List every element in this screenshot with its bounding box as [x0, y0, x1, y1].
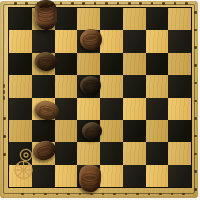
board-square[interactable]	[123, 98, 146, 120]
board-square[interactable]	[77, 98, 100, 120]
board-square[interactable]	[123, 53, 146, 75]
board-square[interactable]	[123, 8, 146, 30]
board-square[interactable]	[146, 53, 169, 75]
board-square[interactable]	[55, 142, 78, 164]
board-square[interactable]	[77, 142, 100, 164]
board-square[interactable]	[146, 142, 169, 164]
board-square[interactable]	[55, 165, 78, 187]
board-square[interactable]	[100, 75, 123, 97]
board-square[interactable]	[100, 98, 123, 120]
board-square[interactable]	[168, 75, 191, 97]
board-photo: ⛃⛂⛂⛂⛂⛂⛂⛂	[0, 0, 200, 200]
board-square[interactable]	[9, 8, 32, 30]
board-square[interactable]	[146, 30, 169, 52]
board-square[interactable]	[168, 142, 191, 164]
board-square[interactable]	[32, 165, 55, 187]
checker-black-man[interactable]: ⛂	[80, 76, 101, 95]
board-square[interactable]	[100, 120, 123, 142]
checker-dark-man[interactable]: ⛂	[82, 122, 102, 140]
board-square[interactable]	[9, 75, 32, 97]
board-square[interactable]	[55, 30, 78, 52]
board-square[interactable]	[123, 30, 146, 52]
board-square[interactable]	[9, 165, 32, 187]
board-square[interactable]	[146, 165, 169, 187]
board-square[interactable]	[146, 98, 169, 120]
board-square[interactable]	[123, 142, 146, 164]
board-square[interactable]	[168, 8, 191, 30]
board-square[interactable]	[55, 75, 78, 97]
board-square[interactable]	[55, 8, 78, 30]
board-square[interactable]	[100, 30, 123, 52]
board-square[interactable]	[123, 75, 146, 97]
board-square[interactable]	[168, 120, 191, 142]
board-square[interactable]	[100, 8, 123, 30]
board-square[interactable]	[168, 53, 191, 75]
board-square[interactable]	[146, 120, 169, 142]
board-square[interactable]	[55, 53, 78, 75]
checker-dark-brown-stack[interactable]: ⛃	[34, 0, 58, 31]
board-square[interactable]	[32, 75, 55, 97]
board-square[interactable]	[168, 30, 191, 52]
checker-brown-side[interactable]: ⛂	[79, 164, 102, 192]
board-square[interactable]	[9, 53, 32, 75]
board-square[interactable]	[100, 165, 123, 187]
board-square[interactable]	[146, 75, 169, 97]
board-square[interactable]	[100, 142, 123, 164]
board-square[interactable]	[9, 30, 32, 52]
board-square[interactable]	[100, 53, 123, 75]
board-square[interactable]	[9, 120, 32, 142]
board-square[interactable]	[146, 8, 169, 30]
board-square[interactable]	[123, 120, 146, 142]
board-square[interactable]	[9, 98, 32, 120]
board-square[interactable]	[168, 98, 191, 120]
board-square[interactable]	[123, 165, 146, 187]
board-square[interactable]	[9, 142, 32, 164]
board-square[interactable]	[168, 165, 191, 187]
board-square[interactable]	[55, 120, 78, 142]
